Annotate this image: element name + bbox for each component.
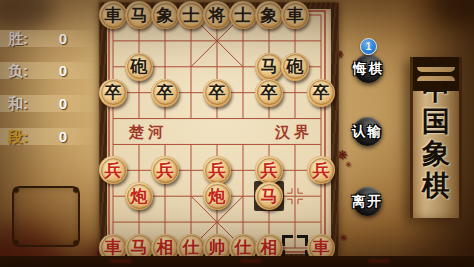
- game-screen: ❋ ✳ ❋ ❋ ✳ ❋ ✳ 胜: 0 负: 0 和: 0 段: 0 楚河 汉界 …: [0, 0, 474, 267]
- piece-black-車[interactable]: 車: [281, 1, 309, 29]
- piece-character: 卒: [261, 84, 278, 101]
- piece-black-士[interactable]: 士: [229, 1, 257, 29]
- piece-red-马[interactable]: 马: [255, 182, 283, 210]
- draws-label: 和:: [8, 95, 28, 112]
- piece-character: 卒: [313, 84, 330, 101]
- stat-row-losses: 负: 0: [0, 62, 97, 79]
- app-title-banner: 中 国 象 棋: [410, 57, 462, 218]
- piece-character: 相: [261, 239, 278, 256]
- piece-character: 車: [105, 7, 122, 24]
- piece-character: 将: [209, 7, 226, 24]
- piece-character: 帅: [209, 239, 226, 256]
- piece-character: 马: [261, 188, 278, 205]
- piece-black-象[interactable]: 象: [151, 1, 179, 29]
- piece-character: 士: [235, 7, 252, 24]
- wins-label: 胜:: [8, 30, 28, 47]
- piece-character: 卒: [157, 84, 174, 101]
- xiangqi-board[interactable]: 楚河 汉界 車马象士将士象車砲马砲卒卒卒卒卒兵兵兵兵兵炮炮马車马相仕帅仕相車: [107, 9, 331, 254]
- piece-character: 象: [157, 7, 174, 24]
- resign-button[interactable]: 认输: [353, 117, 382, 146]
- stat-row-dan: 段: 0: [0, 128, 97, 145]
- piece-character: 車: [105, 239, 122, 256]
- stat-row-wins: 胜: 0: [0, 30, 97, 47]
- piece-black-马[interactable]: 马: [255, 53, 283, 81]
- piece-black-砲[interactable]: 砲: [125, 53, 153, 81]
- wins-value: 0: [50, 30, 76, 47]
- piece-character: 卒: [105, 84, 122, 101]
- piece-character: 士: [183, 7, 200, 24]
- piece-black-将[interactable]: 将: [203, 1, 231, 29]
- piece-character: 兵: [105, 162, 122, 179]
- piece-black-卒[interactable]: 卒: [151, 79, 179, 107]
- piece-character: 砲: [287, 58, 304, 75]
- piece-character: 砲: [131, 58, 148, 75]
- piece-character: 兵: [157, 162, 174, 179]
- piece-black-士[interactable]: 士: [177, 1, 205, 29]
- undo-button[interactable]: 悔棋: [354, 54, 383, 83]
- draws-value: 0: [50, 95, 76, 112]
- plum-blossom-decoration: ✳: [339, 232, 347, 243]
- resign-button-label: 认输: [352, 123, 383, 141]
- piece-character: 仕: [183, 239, 200, 256]
- piece-character: 相: [157, 239, 174, 256]
- losses-value: 0: [50, 62, 76, 79]
- undo-count-badge: 1: [360, 38, 377, 55]
- piece-black-马[interactable]: 马: [125, 1, 153, 29]
- piece-black-象[interactable]: 象: [255, 1, 283, 29]
- piece-character: 車: [287, 7, 304, 24]
- piece-black-車[interactable]: 車: [99, 1, 127, 29]
- piece-red-炮[interactable]: 炮: [125, 182, 153, 210]
- piece-character: 兵: [313, 162, 330, 179]
- piece-black-卒[interactable]: 卒: [203, 79, 231, 107]
- losses-label: 负:: [8, 62, 28, 79]
- piece-character: 卒: [209, 84, 226, 101]
- piece-black-卒[interactable]: 卒: [255, 79, 283, 107]
- stat-row-draws: 和: 0: [0, 95, 97, 112]
- leave-button[interactable]: 离开: [353, 187, 382, 216]
- dan-label: 段:: [8, 128, 28, 145]
- undo-button-label: 悔棋: [353, 60, 384, 78]
- piece-black-卒[interactable]: 卒: [307, 79, 335, 107]
- piece-character: 兵: [261, 162, 278, 179]
- piece-character: 車: [313, 239, 330, 256]
- decorative-frame-box: [12, 186, 80, 247]
- bottom-wood-edge: [0, 256, 474, 267]
- piece-character: 象: [261, 7, 278, 24]
- piece-character: 炮: [209, 188, 226, 205]
- plum-blossom-decoration: ✳: [345, 160, 352, 169]
- dan-value: 0: [50, 128, 76, 145]
- piece-character: 马: [131, 7, 148, 24]
- banner-bottom-ornament: [413, 74, 459, 91]
- piece-black-砲[interactable]: 砲: [281, 53, 309, 81]
- piece-red-炮[interactable]: 炮: [203, 182, 231, 210]
- banner-top-ornament: [413, 57, 459, 74]
- piece-character: 马: [131, 239, 148, 256]
- river-label-han-jie: 汉界: [275, 122, 313, 142]
- piece-black-卒[interactable]: 卒: [99, 79, 127, 107]
- piece-character: 仕: [235, 239, 252, 256]
- piece-character: 马: [261, 58, 278, 75]
- piece-character: 兵: [209, 162, 226, 179]
- river-label-chu-he: 楚河: [129, 122, 167, 142]
- piece-character: 炮: [131, 188, 148, 205]
- leave-button-label: 离开: [352, 193, 383, 211]
- app-title: 中 国 象 棋: [413, 74, 459, 201]
